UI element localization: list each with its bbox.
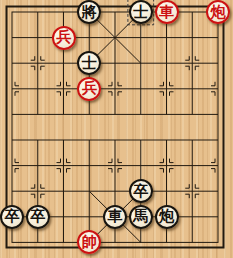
piece-glyph: 馬 bbox=[133, 209, 148, 224]
board-point: 士 bbox=[128, 0, 154, 25]
piece-red-soldier[interactable]: 兵 bbox=[77, 77, 101, 101]
piece-glyph: 炮 bbox=[159, 209, 174, 224]
piece-red-general[interactable]: 帥 bbox=[77, 230, 101, 254]
piece-black-advisor[interactable]: 士 bbox=[77, 51, 101, 75]
board-point: 炮 bbox=[205, 0, 231, 25]
board-point: 炮 bbox=[154, 204, 180, 230]
board-point: 車 bbox=[102, 204, 128, 230]
piece-glyph: 帥 bbox=[82, 234, 97, 249]
piece-glyph: 將 bbox=[82, 4, 97, 19]
board-grid: 將士車炮兵士兵卒卒卒車馬炮帥 bbox=[0, 0, 231, 255]
piece-glyph: 車 bbox=[159, 4, 174, 19]
piece-glyph: 士 bbox=[82, 55, 97, 70]
board-point: 帥 bbox=[76, 230, 102, 256]
piece-black-chariot[interactable]: 車 bbox=[103, 205, 127, 229]
piece-black-soldier[interactable]: 卒 bbox=[129, 179, 153, 203]
piece-black-soldier[interactable]: 卒 bbox=[26, 205, 50, 229]
board-point: 卒 bbox=[128, 178, 154, 204]
piece-glyph: 卒 bbox=[5, 209, 20, 224]
board-point: 馬 bbox=[128, 204, 154, 230]
piece-black-horse[interactable]: 馬 bbox=[129, 205, 153, 229]
xiangqi-board: 將士車炮兵士兵卒卒卒車馬炮帥 bbox=[0, 0, 233, 258]
piece-glyph: 卒 bbox=[133, 183, 148, 198]
piece-glyph: 兵 bbox=[82, 81, 97, 96]
piece-black-cannon[interactable]: 炮 bbox=[155, 205, 179, 229]
piece-red-chariot[interactable]: 車 bbox=[155, 0, 179, 24]
board-point: 兵 bbox=[76, 76, 102, 102]
piece-black-general[interactable]: 將 bbox=[77, 0, 101, 24]
board-point: 將 bbox=[76, 0, 102, 25]
piece-glyph: 車 bbox=[108, 209, 123, 224]
piece-black-soldier[interactable]: 卒 bbox=[0, 205, 24, 229]
piece-red-cannon[interactable]: 炮 bbox=[206, 0, 230, 24]
board-point: 士 bbox=[76, 50, 102, 76]
piece-glyph: 士 bbox=[133, 4, 148, 19]
board-point: 卒 bbox=[25, 204, 51, 230]
board-point: 兵 bbox=[51, 25, 77, 51]
piece-glyph: 卒 bbox=[30, 209, 45, 224]
board-point: 卒 bbox=[0, 204, 25, 230]
board-point: 車 bbox=[154, 0, 180, 25]
piece-glyph: 兵 bbox=[56, 30, 71, 45]
piece-glyph: 炮 bbox=[211, 4, 226, 19]
piece-red-soldier[interactable]: 兵 bbox=[52, 26, 76, 50]
piece-black-advisor[interactable]: 士 bbox=[129, 0, 153, 24]
